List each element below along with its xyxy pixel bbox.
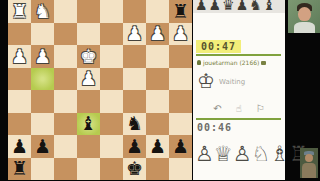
square-d4[interactable]	[100, 68, 123, 91]
square-h8[interactable]: ♜	[8, 158, 31, 181]
captured-white-pieces-tray: ♙♕♙♘♗♖	[195, 138, 283, 170]
piece-white-rook[interactable]: ♜	[11, 2, 28, 21]
square-c6[interactable]: ♞	[123, 113, 146, 136]
square-a5[interactable]	[169, 90, 192, 113]
hand-icon[interactable]: ☝	[236, 103, 242, 115]
piece-black-bishop[interactable]: ♝	[80, 114, 97, 133]
piece-black-king[interactable]: ♚	[126, 159, 143, 178]
square-d6[interactable]	[100, 113, 123, 136]
square-b2[interactable]: ♟	[146, 23, 169, 46]
player-name-label: jouetarman (2166)	[203, 59, 259, 66]
square-e8[interactable]	[77, 158, 100, 181]
square-g1[interactable]: ♞	[31, 0, 54, 23]
square-h4[interactable]	[8, 68, 31, 91]
piece-white-king[interactable]: ♚	[80, 47, 97, 66]
square-e4[interactable]: ♟	[77, 68, 100, 91]
square-g8[interactable]	[31, 158, 54, 181]
square-a1[interactable]: ♜	[169, 0, 192, 23]
piece-white-knight[interactable]: ♞	[34, 2, 51, 21]
piece-black-pawn[interactable]: ♟	[34, 137, 51, 156]
piece-black-pawn[interactable]: ♟	[172, 137, 189, 156]
square-b7[interactable]: ♟	[146, 135, 169, 158]
square-h2[interactable]	[8, 23, 31, 46]
square-a7[interactable]: ♟	[169, 135, 192, 158]
square-b4[interactable]	[146, 68, 169, 91]
square-b1[interactable]	[146, 0, 169, 23]
square-g6[interactable]	[31, 113, 54, 136]
player-clock: 00:46	[197, 122, 232, 133]
piece-black-knight[interactable]: ♞	[126, 114, 143, 133]
takeback-icon[interactable]: ↶	[213, 103, 221, 115]
square-e3[interactable]: ♚	[77, 45, 100, 68]
webcam-person-face	[298, 7, 311, 21]
piece-white-pawn[interactable]: ♟	[126, 24, 143, 43]
square-e6[interactable]: ♝	[77, 113, 100, 136]
piece-white-pawn[interactable]: ♟	[11, 47, 28, 66]
square-d7[interactable]	[100, 135, 123, 158]
player-info-row[interactable]: jouetarman (2166)	[197, 59, 266, 66]
square-d2[interactable]	[100, 23, 123, 46]
square-f5[interactable]	[54, 90, 77, 113]
square-b8[interactable]	[146, 158, 169, 181]
square-c7[interactable]: ♟	[123, 135, 146, 158]
square-d1[interactable]	[100, 0, 123, 23]
square-f8[interactable]	[54, 158, 77, 181]
square-g3[interactable]: ♟	[31, 45, 54, 68]
piece-white-pawn[interactable]: ♟	[149, 24, 166, 43]
square-a4[interactable]	[169, 68, 192, 91]
square-f2[interactable]	[54, 23, 77, 46]
white-king-icon: ♔	[197, 70, 215, 93]
action-buttons-row: ↶ ☝ ⚐	[193, 103, 285, 115]
webcam2-person-body	[302, 163, 316, 178]
square-g7[interactable]: ♟	[31, 135, 54, 158]
piece-black-pawn[interactable]: ♟	[126, 137, 143, 156]
piece-black-pawn[interactable]: ♟	[149, 137, 166, 156]
piece-black-rook[interactable]: ♜	[11, 159, 28, 178]
chess-board: ♜♞♜♟♟♟♟♟♚♟♝♞♟♟♟♟♟♜♚	[8, 0, 192, 180]
webcam2-person-head	[305, 154, 313, 162]
square-e2[interactable]	[77, 23, 100, 46]
piece-white-pawn[interactable]: ♟	[172, 24, 189, 43]
flag-icon[interactable]: ⚐	[256, 103, 265, 115]
square-a2[interactable]: ♟	[169, 23, 192, 46]
square-d3[interactable]	[100, 45, 123, 68]
square-b3[interactable]	[146, 45, 169, 68]
square-e1[interactable]	[77, 0, 100, 23]
status-label: Waiting	[219, 78, 245, 86]
piece-black-rook[interactable]: ♜	[172, 2, 189, 21]
square-c8[interactable]: ♚	[123, 158, 146, 181]
captured-black-pieces-tray: ♟♟♛♟♞♝	[193, 0, 285, 13]
piece-white-pawn[interactable]: ♟	[34, 47, 51, 66]
captured-black-pieces: ♟♟♛♟♞♝	[195, 0, 276, 13]
square-b5[interactable]	[146, 90, 169, 113]
webcam-person-shirt	[294, 22, 315, 33]
clock-divider-top	[196, 54, 281, 56]
webcam-video-bottom	[300, 148, 318, 178]
piece-black-pawn[interactable]: ♟	[11, 137, 28, 156]
square-h3[interactable]: ♟	[8, 45, 31, 68]
status-row: ♔ Waiting	[197, 70, 245, 93]
square-c1[interactable]	[123, 0, 146, 23]
square-a3[interactable]	[169, 45, 192, 68]
square-f3[interactable]	[54, 45, 77, 68]
square-h1[interactable]: ♜	[8, 0, 31, 23]
square-g2[interactable]	[31, 23, 54, 46]
panel-divider	[196, 118, 281, 120]
square-h7[interactable]: ♟	[8, 135, 31, 158]
opponent-clock: 00:47	[196, 40, 241, 53]
square-c2[interactable]: ♟	[123, 23, 146, 46]
square-b6[interactable]	[146, 113, 169, 136]
square-c3[interactable]	[123, 45, 146, 68]
square-g5[interactable]	[31, 90, 54, 113]
square-f1[interactable]	[54, 0, 77, 23]
captured-white-pieces: ♙♕♙♘♗♖	[195, 142, 308, 166]
square-e5[interactable]	[77, 90, 100, 113]
square-f4[interactable]	[54, 68, 77, 91]
game-panel: ♟♟♛♟♞♝ 00:47 jouetarman (2166) ♔ Waiting…	[193, 0, 285, 180]
square-f6[interactable]	[54, 113, 77, 136]
person-icon	[197, 60, 201, 65]
square-c4[interactable]	[123, 68, 146, 91]
square-g4[interactable]	[31, 68, 54, 91]
player-badge-icon	[261, 61, 266, 65]
square-e7[interactable]	[77, 135, 100, 158]
square-d5[interactable]	[100, 90, 123, 113]
webcam-video-top	[288, 0, 320, 33]
square-c5[interactable]	[123, 90, 146, 113]
square-f7[interactable]	[54, 135, 77, 158]
square-a6[interactable]	[169, 113, 192, 136]
piece-white-pawn[interactable]: ♟	[80, 69, 97, 88]
square-h5[interactable]	[8, 90, 31, 113]
square-h6[interactable]	[8, 113, 31, 136]
square-a8[interactable]	[169, 158, 192, 181]
square-d8[interactable]	[100, 158, 123, 181]
